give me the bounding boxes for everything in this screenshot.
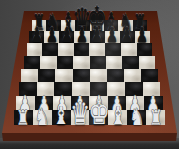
square-e1[interactable]: ♚ — [89, 110, 108, 125]
square-e5[interactable] — [90, 56, 106, 69]
square-f7[interactable]: ♟ — [105, 31, 120, 43]
square-h5[interactable] — [139, 56, 155, 69]
chess-board: ♜♞♝♛♚♝♞♜♟♟♟♟♟♟♟♟♟♟♟♟♟♟♟♟♜♞♝♛♚♝♞♜ — [0, 20, 179, 125]
rank-1: ♜♞♝♛♚♝♞♜ — [14, 110, 165, 125]
square-f4[interactable] — [107, 69, 124, 82]
square-e7[interactable]: ♟ — [90, 31, 105, 43]
square-a5[interactable] — [24, 56, 40, 69]
square-e4[interactable] — [90, 69, 107, 82]
square-f6[interactable] — [105, 43, 121, 55]
square-h7[interactable]: ♟ — [135, 31, 150, 43]
square-g1[interactable]: ♞ — [127, 110, 146, 125]
square-c5[interactable] — [57, 56, 73, 69]
square-e6[interactable] — [89, 43, 105, 55]
square-b4[interactable] — [38, 69, 55, 82]
square-c1[interactable]: ♝ — [52, 110, 71, 125]
square-h1[interactable]: ♜ — [146, 110, 165, 125]
square-a7[interactable]: ♟ — [29, 31, 44, 43]
square-g4[interactable] — [124, 69, 141, 82]
white-bishop[interactable]: ♝ — [110, 104, 126, 129]
white-knight[interactable]: ♞ — [35, 105, 50, 128]
white-rook[interactable]: ♜ — [17, 107, 30, 128]
square-g6[interactable] — [121, 43, 137, 55]
rank-7: ♟♟♟♟♟♟♟♟ — [29, 31, 150, 43]
square-c6[interactable] — [58, 43, 74, 55]
square-d7[interactable]: ♟ — [74, 31, 89, 43]
square-a4[interactable] — [21, 69, 38, 82]
square-a1[interactable]: ♜ — [14, 110, 33, 125]
square-g7[interactable]: ♟ — [120, 31, 135, 43]
square-b6[interactable] — [42, 43, 58, 55]
chess-app-window: ♜♞♝♛♚♝♞♜♟♟♟♟♟♟♟♟♟♟♟♟♟♟♟♟♜♞♝♛♚♝♞♜ — [0, 0, 179, 149]
white-king[interactable]: ♚ — [88, 96, 109, 129]
square-d5[interactable] — [73, 56, 89, 69]
white-rook[interactable]: ♜ — [149, 107, 162, 128]
square-d4[interactable] — [73, 69, 90, 82]
square-h4[interactable] — [141, 69, 158, 82]
square-c4[interactable] — [55, 69, 72, 82]
square-f1[interactable]: ♝ — [108, 110, 127, 125]
square-f5[interactable] — [106, 56, 122, 69]
white-bishop[interactable]: ♝ — [53, 104, 69, 129]
rank-6 — [27, 43, 153, 55]
square-a6[interactable] — [27, 43, 43, 55]
rank-4 — [21, 69, 157, 82]
white-knight[interactable]: ♞ — [129, 105, 144, 128]
square-d6[interactable] — [74, 43, 90, 55]
square-b7[interactable]: ♟ — [44, 31, 59, 43]
square-d1[interactable]: ♛ — [71, 110, 90, 125]
square-g5[interactable] — [122, 56, 138, 69]
square-h6[interactable] — [137, 43, 153, 55]
square-b1[interactable]: ♞ — [33, 110, 52, 125]
white-queen[interactable]: ♛ — [70, 98, 90, 129]
square-b5[interactable] — [40, 56, 56, 69]
rank-5 — [24, 56, 155, 69]
square-c7[interactable]: ♟ — [59, 31, 74, 43]
